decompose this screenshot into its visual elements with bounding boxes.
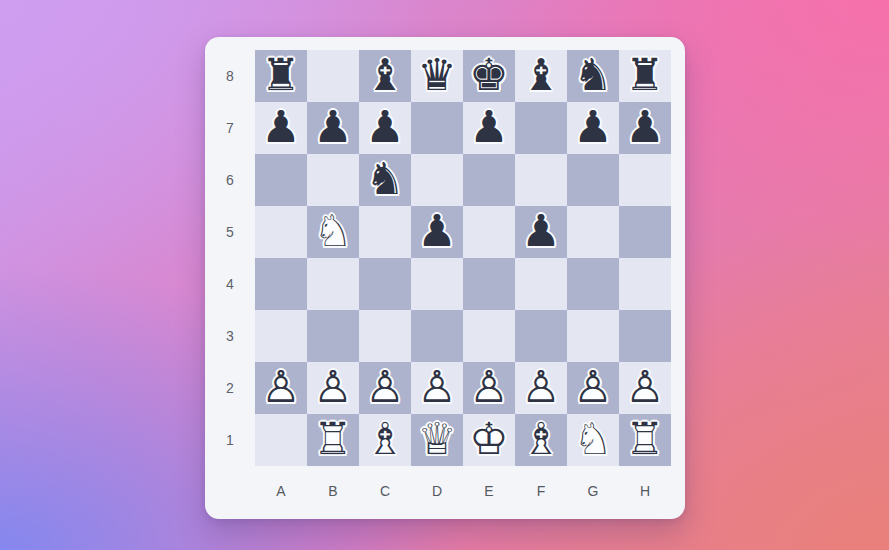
square-g7[interactable]: ♟ xyxy=(567,102,619,154)
white-rook-outline-icon: ♖ xyxy=(619,414,671,466)
rank-label-4: 4 xyxy=(205,258,255,310)
black-bishop-icon: ♝ xyxy=(359,50,411,102)
square-g3[interactable] xyxy=(567,310,619,362)
rank-label-6: 6 xyxy=(205,154,255,206)
piece-white-king-e1[interactable]: ♚♔ xyxy=(463,414,515,466)
white-pawn-outline-icon: ♙ xyxy=(515,362,567,414)
square-e5[interactable] xyxy=(463,206,515,258)
square-a8[interactable]: ♜ xyxy=(255,50,307,102)
black-pawn-icon: ♟ xyxy=(411,206,463,258)
square-d8[interactable]: ♛ xyxy=(411,50,463,102)
black-bishop-icon: ♝ xyxy=(515,50,567,102)
square-e8[interactable]: ♚ xyxy=(463,50,515,102)
piece-black-knight-g8[interactable]: ♞ xyxy=(567,50,619,102)
square-a2[interactable]: ♟♙ xyxy=(255,362,307,414)
piece-white-bishop-f1[interactable]: ♝♗ xyxy=(515,414,567,466)
file-label-b: B xyxy=(307,466,359,516)
square-c6[interactable]: ♞ xyxy=(359,154,411,206)
square-f7[interactable] xyxy=(515,102,567,154)
piece-white-pawn-e2[interactable]: ♟♙ xyxy=(463,362,515,414)
black-pawn-icon: ♟ xyxy=(255,102,307,154)
black-pawn-icon: ♟ xyxy=(515,206,567,258)
rank-label-7: 7 xyxy=(205,102,255,154)
square-f2[interactable]: ♟♙ xyxy=(515,362,567,414)
white-pawn-outline-icon: ♙ xyxy=(411,362,463,414)
square-a7[interactable]: ♟ xyxy=(255,102,307,154)
piece-white-pawn-b2[interactable]: ♟♙ xyxy=(307,362,359,414)
square-e3[interactable] xyxy=(463,310,515,362)
black-pawn-icon: ♟ xyxy=(359,102,411,154)
square-b5[interactable]: ♞♘ xyxy=(307,206,359,258)
square-a3[interactable] xyxy=(255,310,307,362)
square-c5[interactable] xyxy=(359,206,411,258)
square-a5[interactable] xyxy=(255,206,307,258)
square-f5[interactable]: ♟ xyxy=(515,206,567,258)
piece-black-bishop-c8[interactable]: ♝ xyxy=(359,50,411,102)
square-h2[interactable]: ♟♙ xyxy=(619,362,671,414)
white-rook-outline-icon: ♖ xyxy=(307,414,359,466)
square-g6[interactable] xyxy=(567,154,619,206)
white-bishop-outline-icon: ♗ xyxy=(515,414,567,466)
file-label-h: H xyxy=(619,466,671,516)
black-pawn-icon: ♟ xyxy=(307,102,359,154)
square-h1[interactable]: ♜♖ xyxy=(619,414,671,466)
rank-label-3: 3 xyxy=(205,310,255,362)
white-knight-outline-icon: ♘ xyxy=(307,206,359,258)
file-label-c: C xyxy=(359,466,411,516)
piece-white-pawn-a2[interactable]: ♟♙ xyxy=(255,362,307,414)
black-rook-icon: ♜ xyxy=(619,50,671,102)
square-d6[interactable] xyxy=(411,154,463,206)
square-b2[interactable]: ♟♙ xyxy=(307,362,359,414)
piece-black-pawn-c7[interactable]: ♟ xyxy=(359,102,411,154)
piece-white-bishop-c1[interactable]: ♝♗ xyxy=(359,414,411,466)
square-f4[interactable] xyxy=(515,258,567,310)
square-b6[interactable] xyxy=(307,154,359,206)
square-f6[interactable] xyxy=(515,154,567,206)
square-d7[interactable] xyxy=(411,102,463,154)
piece-white-pawn-h2[interactable]: ♟♙ xyxy=(619,362,671,414)
square-e4[interactable] xyxy=(463,258,515,310)
white-pawn-outline-icon: ♙ xyxy=(567,362,619,414)
black-king-icon: ♚ xyxy=(463,50,515,102)
square-b3[interactable] xyxy=(307,310,359,362)
black-knight-icon: ♞ xyxy=(567,50,619,102)
piece-white-pawn-g2[interactable]: ♟♙ xyxy=(567,362,619,414)
piece-black-pawn-g7[interactable]: ♟ xyxy=(567,102,619,154)
square-b8[interactable] xyxy=(307,50,359,102)
white-pawn-outline-icon: ♙ xyxy=(307,362,359,414)
file-label-a: A xyxy=(255,466,307,516)
square-c3[interactable] xyxy=(359,310,411,362)
square-c4[interactable] xyxy=(359,258,411,310)
square-c7[interactable]: ♟ xyxy=(359,102,411,154)
rank-label-2: 2 xyxy=(205,362,255,414)
black-pawn-icon: ♟ xyxy=(619,102,671,154)
black-queen-icon: ♛ xyxy=(411,50,463,102)
square-c2[interactable]: ♟♙ xyxy=(359,362,411,414)
square-g1[interactable]: ♞♘ xyxy=(567,414,619,466)
square-h8[interactable]: ♜ xyxy=(619,50,671,102)
square-b7[interactable]: ♟ xyxy=(307,102,359,154)
piece-black-pawn-d5[interactable]: ♟ xyxy=(411,206,463,258)
chess-board[interactable]: ♜♝♛♚♝♞♜♟♟♟♟♟♟♞♞♘♟♟♟♙♟♙♟♙♟♙♟♙♟♙♟♙♟♙♜♖♝♗♛♕… xyxy=(255,50,671,466)
square-h4[interactable] xyxy=(619,258,671,310)
black-pawn-icon: ♟ xyxy=(463,102,515,154)
black-rook-icon: ♜ xyxy=(255,50,307,102)
square-g8[interactable]: ♞ xyxy=(567,50,619,102)
piece-black-pawn-f5[interactable]: ♟ xyxy=(515,206,567,258)
piece-black-rook-a8[interactable]: ♜ xyxy=(255,50,307,102)
white-pawn-outline-icon: ♙ xyxy=(255,362,307,414)
square-a6[interactable] xyxy=(255,154,307,206)
white-pawn-outline-icon: ♙ xyxy=(619,362,671,414)
black-knight-icon: ♞ xyxy=(359,154,411,206)
square-g2[interactable]: ♟♙ xyxy=(567,362,619,414)
piece-black-knight-c6[interactable]: ♞ xyxy=(359,154,411,206)
board-area: 87654321 ♜♝♛♚♝♞♜♟♟♟♟♟♟♞♞♘♟♟♟♙♟♙♟♙♟♙♟♙♟♙♟… xyxy=(205,37,685,466)
square-f3[interactable] xyxy=(515,310,567,362)
piece-white-pawn-f2[interactable]: ♟♙ xyxy=(515,362,567,414)
square-h7[interactable]: ♟ xyxy=(619,102,671,154)
square-e6[interactable] xyxy=(463,154,515,206)
piece-black-king-e8[interactable]: ♚ xyxy=(463,50,515,102)
square-c8[interactable]: ♝ xyxy=(359,50,411,102)
piece-black-pawn-e7[interactable]: ♟ xyxy=(463,102,515,154)
piece-black-pawn-b7[interactable]: ♟ xyxy=(307,102,359,154)
square-d4[interactable] xyxy=(411,258,463,310)
file-label-f: F xyxy=(515,466,567,516)
square-f8[interactable]: ♝ xyxy=(515,50,567,102)
piece-white-pawn-d2[interactable]: ♟♙ xyxy=(411,362,463,414)
file-label-d: D xyxy=(411,466,463,516)
piece-white-rook-b1[interactable]: ♜♖ xyxy=(307,414,359,466)
square-e2[interactable]: ♟♙ xyxy=(463,362,515,414)
file-label-e: E xyxy=(463,466,515,516)
white-pawn-outline-icon: ♙ xyxy=(359,362,411,414)
white-bishop-outline-icon: ♗ xyxy=(359,414,411,466)
piece-white-knight-g1[interactable]: ♞♘ xyxy=(567,414,619,466)
rank-label-1: 1 xyxy=(205,414,255,466)
square-e7[interactable]: ♟ xyxy=(463,102,515,154)
square-e1[interactable]: ♚♔ xyxy=(463,414,515,466)
rank-labels: 87654321 xyxy=(205,50,255,466)
square-d5[interactable]: ♟ xyxy=(411,206,463,258)
square-c1[interactable]: ♝♗ xyxy=(359,414,411,466)
square-d3[interactable] xyxy=(411,310,463,362)
white-pawn-outline-icon: ♙ xyxy=(463,362,515,414)
chess-board-card: 87654321 ♜♝♛♚♝♞♜♟♟♟♟♟♟♞♞♘♟♟♟♙♟♙♟♙♟♙♟♙♟♙♟… xyxy=(205,37,685,519)
white-queen-outline-icon: ♕ xyxy=(411,414,463,466)
file-labels: ABCDEFGH xyxy=(255,466,671,516)
square-g4[interactable] xyxy=(567,258,619,310)
file-label-g: G xyxy=(567,466,619,516)
white-knight-outline-icon: ♘ xyxy=(567,414,619,466)
piece-black-pawn-a7[interactable]: ♟ xyxy=(255,102,307,154)
rank-label-5: 5 xyxy=(205,206,255,258)
piece-black-bishop-f8[interactable]: ♝ xyxy=(515,50,567,102)
piece-white-pawn-c2[interactable]: ♟♙ xyxy=(359,362,411,414)
square-d2[interactable]: ♟♙ xyxy=(411,362,463,414)
square-a1[interactable] xyxy=(255,414,307,466)
square-b1[interactable]: ♜♖ xyxy=(307,414,359,466)
piece-white-queen-d1[interactable]: ♛♕ xyxy=(411,414,463,466)
piece-black-pawn-h7[interactable]: ♟ xyxy=(619,102,671,154)
square-f1[interactable]: ♝♗ xyxy=(515,414,567,466)
square-a4[interactable] xyxy=(255,258,307,310)
piece-white-rook-h1[interactable]: ♜♖ xyxy=(619,414,671,466)
square-h3[interactable] xyxy=(619,310,671,362)
rank-label-8: 8 xyxy=(205,50,255,102)
square-h6[interactable] xyxy=(619,154,671,206)
square-h5[interactable] xyxy=(619,206,671,258)
piece-black-queen-d8[interactable]: ♛ xyxy=(411,50,463,102)
black-pawn-icon: ♟ xyxy=(567,102,619,154)
square-b4[interactable] xyxy=(307,258,359,310)
square-d1[interactable]: ♛♕ xyxy=(411,414,463,466)
piece-white-knight-b5[interactable]: ♞♘ xyxy=(307,206,359,258)
white-king-outline-icon: ♔ xyxy=(463,414,515,466)
piece-black-rook-h8[interactable]: ♜ xyxy=(619,50,671,102)
square-g5[interactable] xyxy=(567,206,619,258)
